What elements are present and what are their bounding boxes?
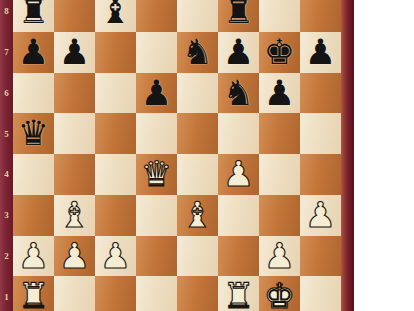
piece-white-pawn-a2: ♟: [18, 236, 49, 277]
piece-white-bishop-e3: ♝: [182, 195, 213, 236]
square-f8: ♜: [218, 0, 259, 32]
square-h6: [300, 73, 341, 114]
square-a4: [13, 154, 54, 195]
rank-label-8: 8: [0, 0, 13, 32]
page-edge-border: [341, 0, 354, 311]
square-f3: [218, 195, 259, 236]
square-d8: [136, 0, 177, 32]
square-g7: ♚: [259, 32, 300, 73]
rank-label-5: 5: [0, 113, 13, 154]
square-b4: [54, 154, 95, 195]
square-c8: ♝: [95, 0, 136, 32]
square-c1: [95, 276, 136, 311]
piece-black-knight-e7: ♞: [182, 32, 213, 73]
rank-label-7: 7: [0, 32, 13, 73]
square-d3: [136, 195, 177, 236]
square-a8: ♜: [13, 0, 54, 32]
square-h5: [300, 113, 341, 154]
square-g8: [259, 0, 300, 32]
rank-label-4: 4: [0, 154, 13, 195]
square-e4: [177, 154, 218, 195]
square-b3: ♝: [54, 195, 95, 236]
square-g1: ♚: [259, 276, 300, 311]
piece-black-rook-f8: ♜: [223, 0, 254, 32]
square-e3: ♝: [177, 195, 218, 236]
square-h3: ♟: [300, 195, 341, 236]
square-g3: [259, 195, 300, 236]
square-g6: ♟: [259, 73, 300, 114]
piece-black-pawn-f7: ♟: [223, 32, 254, 73]
chess-diagram: 87654321 ♜♝♜♟♟♞♟♚♟♟♞♟♛♛♟♝♝♟♟♟♟♟♜♜♚: [0, 0, 354, 311]
square-d1: [136, 276, 177, 311]
square-h8: [300, 0, 341, 32]
square-e7: ♞: [177, 32, 218, 73]
piece-white-bishop-b3: ♝: [59, 195, 90, 236]
piece-white-rook-a1: ♜: [18, 276, 49, 311]
rank-label-3: 3: [0, 195, 13, 236]
square-d7: [136, 32, 177, 73]
chess-board: ♜♝♜♟♟♞♟♚♟♟♞♟♛♛♟♝♝♟♟♟♟♟♜♜♚: [13, 0, 341, 311]
rank-label-2: 2: [0, 236, 13, 277]
square-a3: [13, 195, 54, 236]
square-d4: ♛: [136, 154, 177, 195]
square-c6: [95, 73, 136, 114]
piece-white-pawn-h3: ♟: [305, 195, 336, 236]
square-f5: [218, 113, 259, 154]
piece-white-queen-d4: ♛: [141, 154, 172, 195]
square-a7: ♟: [13, 32, 54, 73]
square-a6: [13, 73, 54, 114]
piece-black-pawn-g6: ♟: [264, 73, 295, 114]
piece-black-knight-f6: ♞: [223, 73, 254, 114]
square-h4: [300, 154, 341, 195]
square-c5: [95, 113, 136, 154]
square-a2: ♟: [13, 236, 54, 277]
piece-white-pawn-c2: ♟: [100, 236, 131, 277]
rank-label-1: 1: [0, 276, 13, 311]
square-c7: [95, 32, 136, 73]
piece-black-pawn-a7: ♟: [18, 32, 49, 73]
square-g5: [259, 113, 300, 154]
square-d6: ♟: [136, 73, 177, 114]
square-f2: [218, 236, 259, 277]
page-background: 87654321 ♜♝♜♟♟♞♟♚♟♟♞♟♛♛♟♝♝♟♟♟♟♟♜♜♚: [0, 0, 414, 311]
square-g4: [259, 154, 300, 195]
piece-white-pawn-g2: ♟: [264, 236, 295, 277]
piece-white-king-g1: ♚: [264, 276, 295, 311]
square-e2: [177, 236, 218, 277]
rank-label-6: 6: [0, 73, 13, 114]
square-c2: ♟: [95, 236, 136, 277]
square-f6: ♞: [218, 73, 259, 114]
square-h1: [300, 276, 341, 311]
piece-black-rook-a8: ♜: [18, 0, 49, 32]
square-h7: ♟: [300, 32, 341, 73]
square-d2: [136, 236, 177, 277]
square-f7: ♟: [218, 32, 259, 73]
square-e8: [177, 0, 218, 32]
piece-white-rook-f1: ♜: [223, 276, 254, 311]
piece-black-king-g7: ♚: [264, 32, 295, 73]
square-c3: [95, 195, 136, 236]
square-f1: ♜: [218, 276, 259, 311]
square-h2: [300, 236, 341, 277]
square-b5: [54, 113, 95, 154]
square-b1: [54, 276, 95, 311]
square-e1: [177, 276, 218, 311]
rank-labels: 87654321: [0, 0, 13, 311]
piece-black-queen-a5: ♛: [18, 113, 49, 154]
piece-black-pawn-d6: ♟: [141, 73, 172, 114]
square-e6: [177, 73, 218, 114]
piece-black-pawn-h7: ♟: [305, 32, 336, 73]
square-b6: [54, 73, 95, 114]
square-b8: [54, 0, 95, 32]
piece-white-pawn-b2: ♟: [59, 236, 90, 277]
square-b2: ♟: [54, 236, 95, 277]
square-e5: [177, 113, 218, 154]
square-c4: [95, 154, 136, 195]
square-b7: ♟: [54, 32, 95, 73]
square-d5: [136, 113, 177, 154]
piece-black-pawn-b7: ♟: [59, 32, 90, 73]
piece-black-bishop-c8: ♝: [100, 0, 131, 32]
piece-white-pawn-f4: ♟: [223, 154, 254, 195]
square-g2: ♟: [259, 236, 300, 277]
square-a1: ♜: [13, 276, 54, 311]
square-f4: ♟: [218, 154, 259, 195]
square-a5: ♛: [13, 113, 54, 154]
